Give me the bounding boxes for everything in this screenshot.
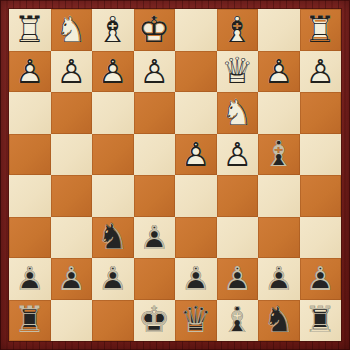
- piece-glyph-outline: ♕: [175, 300, 217, 342]
- piece-glyph-outline: ♖: [9, 9, 51, 51]
- square-a2[interactable]: ♟♙: [300, 51, 342, 93]
- square-f6[interactable]: ♞♘: [92, 217, 134, 259]
- piece-glyph-outline: ♘: [217, 92, 259, 134]
- square-b3[interactable]: [258, 92, 300, 134]
- square-d7[interactable]: ♟♙: [175, 258, 217, 300]
- white-king[interactable]: ♚♔: [134, 9, 176, 51]
- piece-glyph-outline: ♙: [217, 134, 259, 176]
- black-pawn[interactable]: ♟♙: [300, 258, 342, 300]
- square-g7[interactable]: ♟♙: [51, 258, 93, 300]
- white-pawn[interactable]: ♟♙: [134, 51, 176, 93]
- square-g4[interactable]: [51, 134, 93, 176]
- square-h6[interactable]: [9, 217, 51, 259]
- square-h4[interactable]: [9, 134, 51, 176]
- piece-glyph-outline: ♙: [175, 134, 217, 176]
- square-c6[interactable]: [217, 217, 259, 259]
- black-knight[interactable]: ♞♘: [258, 300, 300, 342]
- white-bishop[interactable]: ♝♗: [217, 9, 259, 51]
- piece-glyph-outline: ♙: [300, 258, 342, 300]
- square-e1[interactable]: ♚♔: [134, 9, 176, 51]
- white-knight[interactable]: ♞♘: [217, 92, 259, 134]
- square-g8[interactable]: [51, 300, 93, 342]
- square-c2[interactable]: ♛♕: [217, 51, 259, 93]
- piece-glyph-outline: ♘: [92, 217, 134, 259]
- chess-board-frame: ♜♖♞♘♝♗♚♔♝♗♜♖♟♙♟♙♟♙♟♙♛♕♟♙♟♙♞♘♟♙♟♙♝♗♞♘♟♙♟♙…: [0, 0, 350, 350]
- square-c5[interactable]: [217, 175, 259, 217]
- square-e7[interactable]: [134, 258, 176, 300]
- white-rook[interactable]: ♜♖: [9, 9, 51, 51]
- piece-glyph-outline: ♙: [217, 258, 259, 300]
- square-a5[interactable]: [300, 175, 342, 217]
- white-pawn[interactable]: ♟♙: [9, 51, 51, 93]
- piece-glyph-outline: ♖: [300, 300, 342, 342]
- square-b4[interactable]: ♝♗: [258, 134, 300, 176]
- piece-glyph-outline: ♙: [258, 51, 300, 93]
- square-d2[interactable]: [175, 51, 217, 93]
- square-f8[interactable]: [92, 300, 134, 342]
- black-pawn[interactable]: ♟♙: [175, 258, 217, 300]
- piece-glyph-outline: ♘: [51, 9, 93, 51]
- white-pawn[interactable]: ♟♙: [51, 51, 93, 93]
- piece-glyph-outline: ♙: [92, 258, 134, 300]
- white-pawn[interactable]: ♟♙: [217, 134, 259, 176]
- piece-glyph-outline: ♙: [92, 51, 134, 93]
- black-pawn[interactable]: ♟♙: [51, 258, 93, 300]
- square-c1[interactable]: ♝♗: [217, 9, 259, 51]
- square-g5[interactable]: [51, 175, 93, 217]
- piece-glyph-outline: ♖: [9, 300, 51, 342]
- piece-glyph-outline: ♙: [9, 51, 51, 93]
- black-king[interactable]: ♚♔: [134, 300, 176, 342]
- square-a6[interactable]: [300, 217, 342, 259]
- square-e6[interactable]: ♟♙: [134, 217, 176, 259]
- white-pawn[interactable]: ♟♙: [175, 134, 217, 176]
- square-f1[interactable]: ♝♗: [92, 9, 134, 51]
- square-d8[interactable]: ♛♕: [175, 300, 217, 342]
- square-a3[interactable]: [300, 92, 342, 134]
- black-rook[interactable]: ♜♖: [300, 300, 342, 342]
- square-a1[interactable]: ♜♖: [300, 9, 342, 51]
- piece-glyph-outline: ♙: [175, 258, 217, 300]
- square-e4[interactable]: [134, 134, 176, 176]
- square-h3[interactable]: [9, 92, 51, 134]
- black-rook[interactable]: ♜♖: [9, 300, 51, 342]
- square-f2[interactable]: ♟♙: [92, 51, 134, 93]
- square-g6[interactable]: [51, 217, 93, 259]
- piece-glyph-outline: ♗: [92, 9, 134, 51]
- square-h7[interactable]: ♟♙: [9, 258, 51, 300]
- piece-glyph-outline: ♙: [134, 51, 176, 93]
- white-bishop[interactable]: ♝♗: [92, 9, 134, 51]
- piece-glyph-outline: ♗: [217, 9, 259, 51]
- square-d3[interactable]: [175, 92, 217, 134]
- square-h5[interactable]: [9, 175, 51, 217]
- square-b6[interactable]: [258, 217, 300, 259]
- piece-glyph-outline: ♙: [51, 51, 93, 93]
- black-pawn[interactable]: ♟♙: [134, 217, 176, 259]
- square-f4[interactable]: [92, 134, 134, 176]
- piece-glyph-outline: ♘: [258, 300, 300, 342]
- square-f7[interactable]: ♟♙: [92, 258, 134, 300]
- square-e3[interactable]: [134, 92, 176, 134]
- piece-glyph-outline: ♙: [9, 258, 51, 300]
- black-queen[interactable]: ♛♕: [175, 300, 217, 342]
- black-bishop[interactable]: ♝♗: [217, 300, 259, 342]
- square-g2[interactable]: ♟♙: [51, 51, 93, 93]
- white-pawn[interactable]: ♟♙: [300, 51, 342, 93]
- square-d6[interactable]: [175, 217, 217, 259]
- square-h8[interactable]: ♜♖: [9, 300, 51, 342]
- piece-glyph-outline: ♙: [258, 258, 300, 300]
- square-a7[interactable]: ♟♙: [300, 258, 342, 300]
- square-a4[interactable]: [300, 134, 342, 176]
- black-knight[interactable]: ♞♘: [92, 217, 134, 259]
- square-g1[interactable]: ♞♘: [51, 9, 93, 51]
- square-c4[interactable]: ♟♙: [217, 134, 259, 176]
- white-queen[interactable]: ♛♕: [217, 51, 259, 93]
- piece-glyph-outline: ♗: [258, 134, 300, 176]
- square-f3[interactable]: [92, 92, 134, 134]
- black-pawn[interactable]: ♟♙: [92, 258, 134, 300]
- square-e2[interactable]: ♟♙: [134, 51, 176, 93]
- square-d1[interactable]: [175, 9, 217, 51]
- piece-glyph-outline: ♖: [300, 9, 342, 51]
- black-pawn[interactable]: ♟♙: [217, 258, 259, 300]
- square-h1[interactable]: ♜♖: [9, 9, 51, 51]
- white-rook[interactable]: ♜♖: [300, 9, 342, 51]
- square-a8[interactable]: ♜♖: [300, 300, 342, 342]
- square-e8[interactable]: ♚♔: [134, 300, 176, 342]
- piece-glyph-outline: ♔: [134, 9, 176, 51]
- square-d5[interactable]: [175, 175, 217, 217]
- square-b2[interactable]: ♟♙: [258, 51, 300, 93]
- piece-glyph-outline: ♗: [217, 300, 259, 342]
- piece-glyph-outline: ♕: [217, 51, 259, 93]
- square-c3[interactable]: ♞♘: [217, 92, 259, 134]
- square-g3[interactable]: [51, 92, 93, 134]
- white-pawn[interactable]: ♟♙: [258, 51, 300, 93]
- square-c7[interactable]: ♟♙: [217, 258, 259, 300]
- square-b5[interactable]: [258, 175, 300, 217]
- black-pawn[interactable]: ♟♙: [258, 258, 300, 300]
- square-b8[interactable]: ♞♘: [258, 300, 300, 342]
- square-e5[interactable]: [134, 175, 176, 217]
- black-bishop[interactable]: ♝♗: [258, 134, 300, 176]
- square-c8[interactable]: ♝♗: [217, 300, 259, 342]
- white-pawn[interactable]: ♟♙: [92, 51, 134, 93]
- chess-board: ♜♖♞♘♝♗♚♔♝♗♜♖♟♙♟♙♟♙♟♙♛♕♟♙♟♙♞♘♟♙♟♙♝♗♞♘♟♙♟♙…: [9, 9, 341, 341]
- square-h2[interactable]: ♟♙: [9, 51, 51, 93]
- piece-glyph-outline: ♙: [300, 51, 342, 93]
- square-b7[interactable]: ♟♙: [258, 258, 300, 300]
- piece-glyph-outline: ♙: [51, 258, 93, 300]
- piece-glyph-outline: ♙: [134, 217, 176, 259]
- piece-glyph-outline: ♔: [134, 300, 176, 342]
- white-knight[interactable]: ♞♘: [51, 9, 93, 51]
- square-f5[interactable]: [92, 175, 134, 217]
- square-b1[interactable]: [258, 9, 300, 51]
- square-d4[interactable]: ♟♙: [175, 134, 217, 176]
- black-pawn[interactable]: ♟♙: [9, 258, 51, 300]
